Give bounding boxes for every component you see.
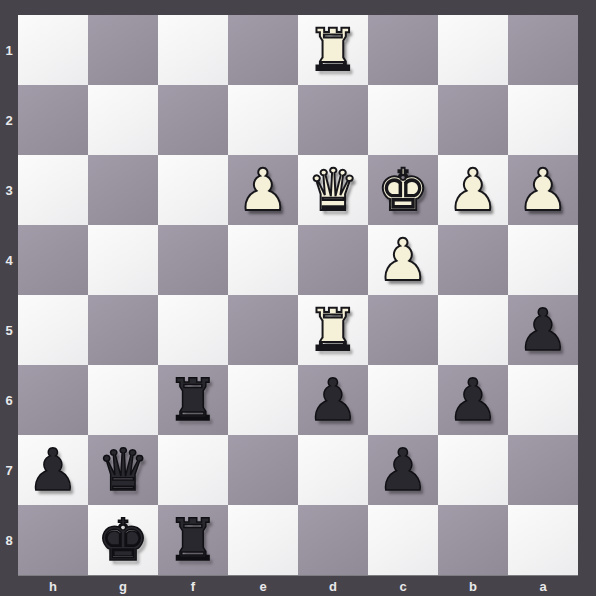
square-c6[interactable] [368, 365, 438, 435]
square-d7[interactable] [298, 435, 368, 505]
black-queen[interactable]: ♛ [88, 435, 158, 505]
square-e5[interactable] [228, 295, 298, 365]
square-h2[interactable] [18, 85, 88, 155]
square-c8[interactable] [368, 505, 438, 575]
square-b7[interactable] [438, 435, 508, 505]
square-c5[interactable] [368, 295, 438, 365]
square-g4[interactable] [88, 225, 158, 295]
square-f1[interactable] [158, 15, 228, 85]
file-label-e: e [228, 576, 298, 596]
square-g6[interactable] [88, 365, 158, 435]
square-b8[interactable] [438, 505, 508, 575]
square-a2[interactable] [508, 85, 578, 155]
square-h3[interactable] [18, 155, 88, 225]
white-rook[interactable]: ♜ [298, 15, 368, 85]
file-label-g: g [88, 576, 158, 596]
square-e3[interactable]: ♟ [228, 155, 298, 225]
black-pawn[interactable]: ♟ [438, 365, 508, 435]
square-f4[interactable] [158, 225, 228, 295]
square-f3[interactable] [158, 155, 228, 225]
square-f5[interactable] [158, 295, 228, 365]
white-pawn[interactable]: ♟ [508, 155, 578, 225]
square-d6[interactable]: ♟ [298, 365, 368, 435]
rank-label-1: 1 [0, 15, 18, 85]
square-b5[interactable] [438, 295, 508, 365]
file-label-a: a [508, 576, 578, 596]
rank-label-4: 4 [0, 225, 18, 295]
rank-label-7: 7 [0, 435, 18, 505]
square-d4[interactable] [298, 225, 368, 295]
square-e8[interactable] [228, 505, 298, 575]
square-d8[interactable] [298, 505, 368, 575]
rank-label-8: 8 [0, 505, 18, 575]
square-a4[interactable] [508, 225, 578, 295]
square-a3[interactable]: ♟ [508, 155, 578, 225]
square-a5[interactable]: ♟ [508, 295, 578, 365]
square-h7[interactable]: ♟ [18, 435, 88, 505]
square-e1[interactable] [228, 15, 298, 85]
square-a1[interactable] [508, 15, 578, 85]
square-c7[interactable]: ♟ [368, 435, 438, 505]
white-queen[interactable]: ♛ [298, 155, 368, 225]
square-d5[interactable]: ♜ [298, 295, 368, 365]
file-label-c: c [368, 576, 438, 596]
square-h6[interactable] [18, 365, 88, 435]
square-b2[interactable] [438, 85, 508, 155]
square-c3[interactable]: ♚ [368, 155, 438, 225]
rank-label-2: 2 [0, 85, 18, 155]
square-b1[interactable] [438, 15, 508, 85]
square-f8[interactable]: ♜ [158, 505, 228, 575]
black-pawn[interactable]: ♟ [298, 365, 368, 435]
square-g2[interactable] [88, 85, 158, 155]
square-d3[interactable]: ♛ [298, 155, 368, 225]
square-a6[interactable] [508, 365, 578, 435]
rank-label-6: 6 [0, 365, 18, 435]
file-label-f: f [158, 576, 228, 596]
square-e2[interactable] [228, 85, 298, 155]
square-b4[interactable] [438, 225, 508, 295]
square-f6[interactable]: ♜ [158, 365, 228, 435]
file-label-d: d [298, 576, 368, 596]
square-h5[interactable] [18, 295, 88, 365]
square-g1[interactable] [88, 15, 158, 85]
black-rook[interactable]: ♜ [158, 505, 228, 575]
black-pawn[interactable]: ♟ [368, 435, 438, 505]
white-pawn[interactable]: ♟ [228, 155, 298, 225]
file-label-b: b [438, 576, 508, 596]
square-a7[interactable] [508, 435, 578, 505]
square-f2[interactable] [158, 85, 228, 155]
white-pawn[interactable]: ♟ [438, 155, 508, 225]
square-c1[interactable] [368, 15, 438, 85]
square-d2[interactable] [298, 85, 368, 155]
rank-label-3: 3 [0, 155, 18, 225]
square-b3[interactable]: ♟ [438, 155, 508, 225]
square-e7[interactable] [228, 435, 298, 505]
square-g3[interactable] [88, 155, 158, 225]
square-h1[interactable] [18, 15, 88, 85]
square-g8[interactable]: ♚ [88, 505, 158, 575]
square-d1[interactable]: ♜ [298, 15, 368, 85]
black-king[interactable]: ♚ [88, 505, 158, 575]
black-pawn[interactable]: ♟ [508, 295, 578, 365]
black-rook[interactable]: ♜ [158, 365, 228, 435]
square-a8[interactable] [508, 505, 578, 575]
rank-label-5: 5 [0, 295, 18, 365]
square-h4[interactable] [18, 225, 88, 295]
square-b6[interactable]: ♟ [438, 365, 508, 435]
square-e4[interactable] [228, 225, 298, 295]
file-label-h: h [18, 576, 88, 596]
board-frame: ♜♟♛♚♟♟♟♜♟♜♟♟♟♛♟♚♜ 12345678 hgfedcba [0, 0, 596, 596]
square-e6[interactable] [228, 365, 298, 435]
white-king[interactable]: ♚ [368, 155, 438, 225]
white-rook[interactable]: ♜ [298, 295, 368, 365]
square-f7[interactable] [158, 435, 228, 505]
square-c2[interactable] [368, 85, 438, 155]
square-h8[interactable] [18, 505, 88, 575]
square-c4[interactable]: ♟ [368, 225, 438, 295]
black-pawn[interactable]: ♟ [18, 435, 88, 505]
square-g7[interactable]: ♛ [88, 435, 158, 505]
white-pawn[interactable]: ♟ [368, 225, 438, 295]
square-g5[interactable] [88, 295, 158, 365]
chess-board: ♜♟♛♚♟♟♟♜♟♜♟♟♟♛♟♚♜ [18, 15, 578, 575]
